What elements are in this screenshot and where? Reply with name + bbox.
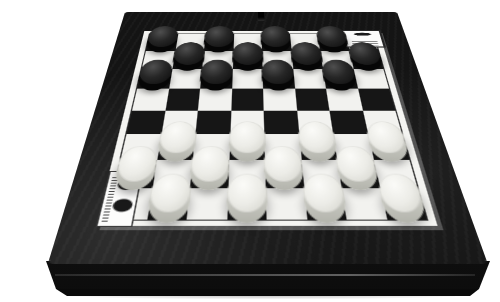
square-e5[interactable] <box>263 89 296 111</box>
black-man-e6[interactable] <box>262 65 296 90</box>
black-man-c6[interactable] <box>199 65 233 90</box>
white-man-b3[interactable] <box>155 129 197 162</box>
square-a8[interactable] <box>146 34 178 51</box>
white-man-h1[interactable] <box>377 182 428 222</box>
square-d1[interactable] <box>227 188 267 220</box>
square-e6[interactable] <box>263 69 295 89</box>
white-man-f3[interactable] <box>297 129 338 162</box>
board-grid <box>105 34 429 221</box>
black-man-g6[interactable] <box>321 65 358 90</box>
square-h6[interactable] <box>353 69 389 89</box>
square-e8[interactable] <box>262 34 291 51</box>
black-man-a8[interactable] <box>145 31 179 52</box>
square-f5[interactable] <box>295 89 330 111</box>
black-man-e8[interactable] <box>261 31 292 52</box>
square-f3[interactable] <box>299 134 337 160</box>
square-h5[interactable] <box>358 89 396 111</box>
square-h3[interactable] <box>368 134 410 160</box>
white-man-f1[interactable] <box>302 182 348 222</box>
square-g5[interactable] <box>326 89 362 111</box>
white-man-d3[interactable] <box>228 129 266 162</box>
frame-hinge-notch <box>258 12 264 21</box>
square-f7[interactable] <box>291 51 323 69</box>
box-lid-seam <box>55 274 475 276</box>
square-c2[interactable] <box>190 160 229 188</box>
square-h1[interactable] <box>380 188 427 220</box>
box-drop-shadow <box>70 295 455 299</box>
square-c1[interactable] <box>187 188 228 220</box>
white-man-d1[interactable] <box>225 182 268 222</box>
square-d3[interactable] <box>229 134 265 160</box>
white-man-c2[interactable] <box>188 154 230 190</box>
black-man-b7[interactable] <box>171 47 205 70</box>
square-c4[interactable] <box>195 110 230 134</box>
square-a2[interactable] <box>114 160 157 188</box>
board-surface <box>96 31 438 226</box>
square-d6[interactable] <box>232 69 263 89</box>
black-man-d7[interactable] <box>231 47 263 70</box>
square-e2[interactable] <box>265 160 304 188</box>
square-b5[interactable] <box>165 89 200 111</box>
white-man-b1[interactable] <box>145 182 192 222</box>
square-d5[interactable] <box>231 89 264 111</box>
square-a5[interactable] <box>132 89 169 111</box>
square-b7[interactable] <box>172 51 204 69</box>
square-b6[interactable] <box>169 69 203 89</box>
square-d7[interactable] <box>232 51 262 69</box>
square-g2[interactable] <box>337 160 379 188</box>
square-a6[interactable] <box>137 69 172 89</box>
square-b1[interactable] <box>147 188 190 220</box>
square-g8[interactable] <box>317 34 349 51</box>
square-e4[interactable] <box>264 110 299 134</box>
square-e1[interactable] <box>266 188 307 220</box>
product-photo <box>0 0 500 302</box>
square-g4[interactable] <box>329 110 367 134</box>
square-b3[interactable] <box>157 134 196 160</box>
square-g6[interactable] <box>323 69 358 89</box>
square-h7[interactable] <box>349 51 383 69</box>
black-man-h7[interactable] <box>348 47 385 70</box>
square-c8[interactable] <box>204 34 234 51</box>
square-f6[interactable] <box>293 69 326 89</box>
square-a4[interactable] <box>127 110 165 134</box>
checkers-board <box>48 12 488 264</box>
square-f1[interactable] <box>304 188 347 220</box>
white-man-e2[interactable] <box>264 154 305 190</box>
black-man-f7[interactable] <box>290 47 324 70</box>
black-man-c8[interactable] <box>203 31 235 52</box>
square-c5[interactable] <box>198 89 232 111</box>
black-man-g8[interactable] <box>316 31 350 52</box>
square-c6[interactable] <box>200 69 232 89</box>
